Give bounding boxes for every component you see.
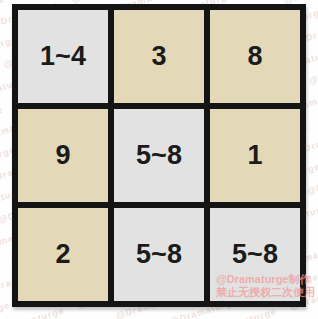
cell-r2c2: 5~8 <box>114 109 204 202</box>
cell-r1c1: 1~4 <box>18 10 108 103</box>
cell-r2c1: 9 <box>18 109 108 202</box>
cell-r3c1: 2 <box>18 208 108 301</box>
cell-r3c3: 5~8 <box>210 208 300 301</box>
cell-r1c2: 3 <box>114 10 204 103</box>
cell-r3c2: 5~8 <box>114 208 204 301</box>
cell-r2c3: 1 <box>210 109 300 202</box>
cell-r1c3: 8 <box>210 10 300 103</box>
puzzle-grid: 1~4 3 8 9 5~8 1 2 5~8 5~8 <box>12 4 306 307</box>
puzzle-screenshot: @Dramaturge @Dramaturge @Dramaturge @Dra… <box>0 0 318 319</box>
